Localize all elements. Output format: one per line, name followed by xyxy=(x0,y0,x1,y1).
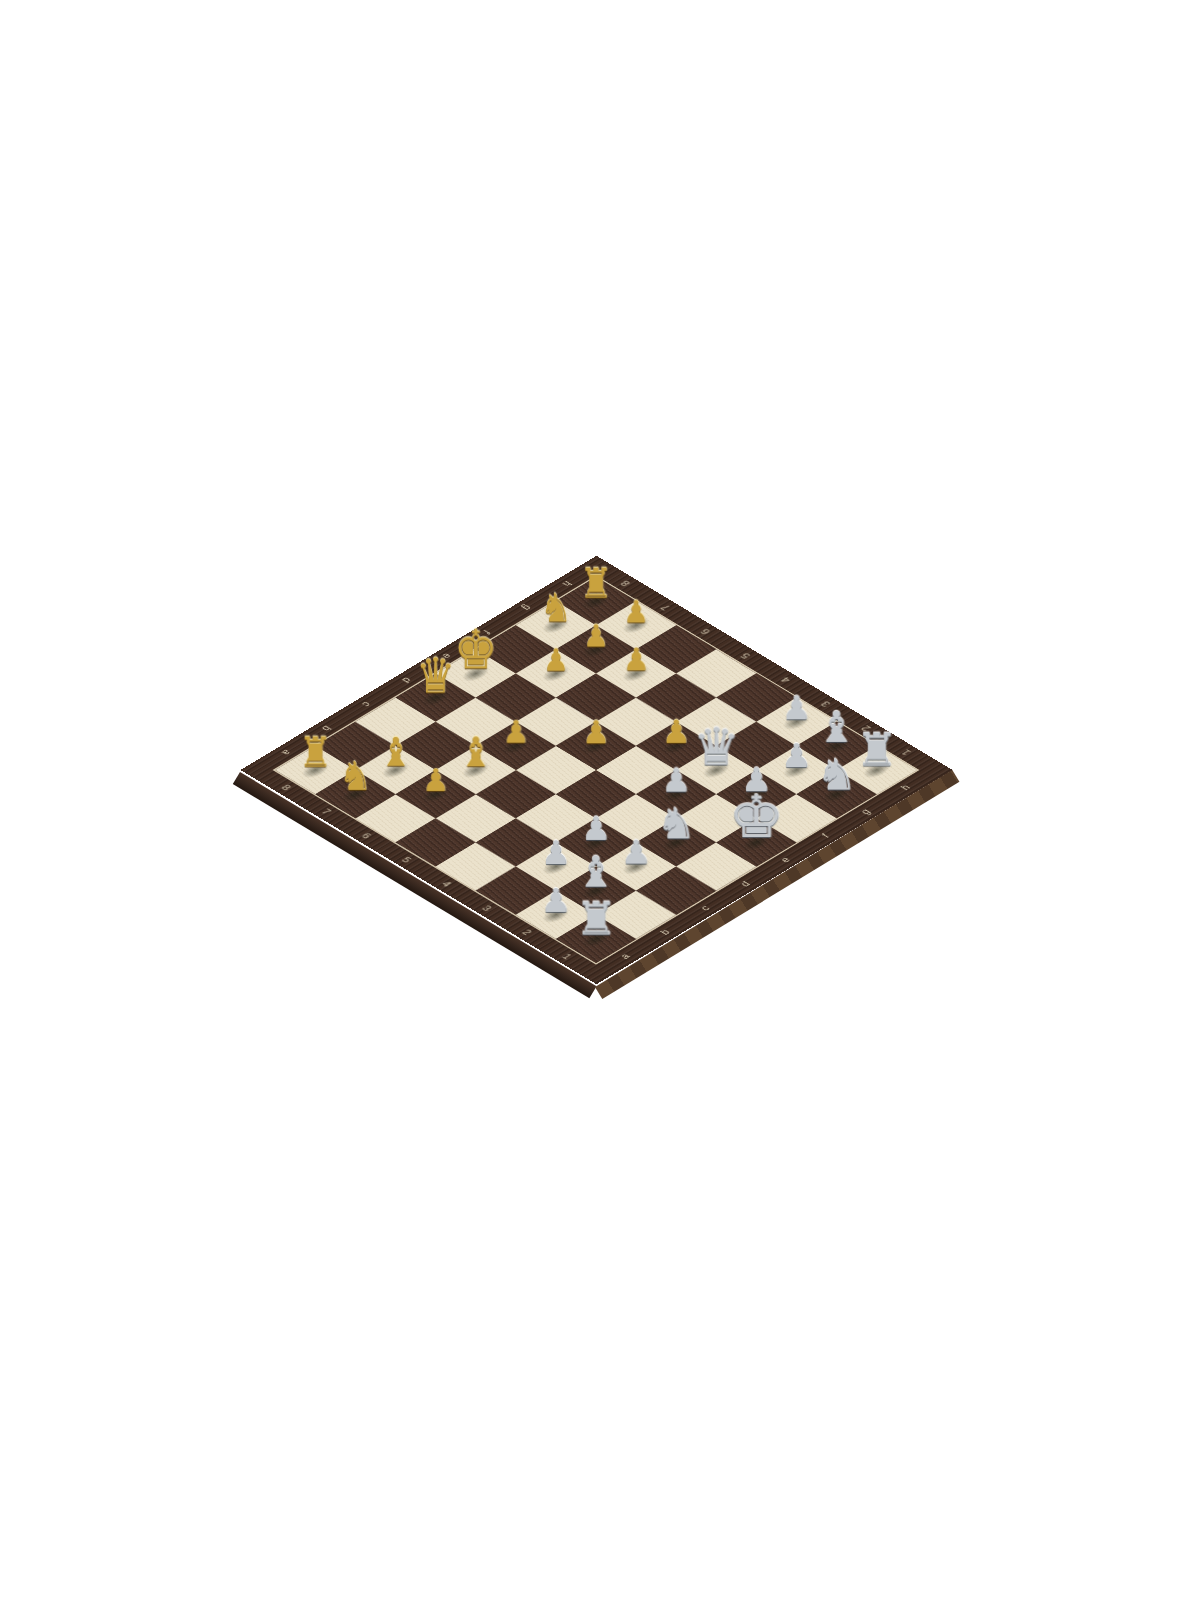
gold-rook-glyph: ♜ xyxy=(299,731,333,772)
silver-pawn-glyph: ♟ xyxy=(621,836,652,869)
product-photo-stage: abcdefgh abcdefgh 87654321 87654321 ♜♛♚♞… xyxy=(0,0,1200,1600)
gold-pawn-glyph: ♟ xyxy=(623,644,650,675)
board-grid: ♜♛♚♞♜♞♝♟♟♟♟♝♟♟♟♟♟♟♟♛♟♟♝♟♞♟♟♝♜♚♞♜ xyxy=(275,577,916,963)
silver-king-glyph: ♚ xyxy=(728,787,784,846)
silver-pawn-glyph: ♟ xyxy=(661,764,691,797)
gold-pawn-glyph: ♟ xyxy=(582,716,610,748)
gold-bishop-glyph: ♝ xyxy=(379,732,412,772)
gold-bishop-glyph: ♝ xyxy=(458,732,493,773)
gold-pawn-glyph: ♟ xyxy=(662,716,691,748)
gold-knight-glyph: ♞ xyxy=(339,757,372,797)
gold-knight-glyph: ♞ xyxy=(540,588,572,627)
silver-knight-glyph: ♞ xyxy=(656,802,696,845)
gold-pawn-glyph: ♟ xyxy=(543,644,569,675)
chessboard: abcdefgh abcdefgh 87654321 87654321 ♜♛♚♞… xyxy=(241,556,952,984)
gold-pawn-glyph: ♟ xyxy=(583,620,609,651)
silver-pawn-glyph: ♟ xyxy=(540,884,571,917)
silver-rook-glyph: ♜ xyxy=(855,728,898,773)
silver-pawn-glyph: ♟ xyxy=(581,812,611,845)
gold-king-glyph: ♚ xyxy=(454,623,498,677)
silver-bishop-glyph: ♝ xyxy=(576,851,616,894)
silver-pawn-glyph: ♟ xyxy=(781,739,812,772)
silver-bishop-glyph: ♝ xyxy=(817,706,857,749)
silver-knight-glyph: ♞ xyxy=(816,754,857,797)
gold-pawn-glyph: ♟ xyxy=(502,716,529,747)
silver-rook-glyph: ♜ xyxy=(574,896,617,941)
gold-pawn-glyph: ♟ xyxy=(623,596,649,627)
gold-queen-glyph: ♛ xyxy=(416,652,455,700)
silver-queen-glyph: ♛ xyxy=(693,721,740,773)
silver-pawn-glyph: ♟ xyxy=(541,836,571,869)
board-frame: abcdefgh abcdefgh 87654321 87654321 ♜♛♚♞… xyxy=(241,556,952,984)
silver-pawn-glyph: ♟ xyxy=(782,691,812,724)
gold-rook-glyph: ♜ xyxy=(579,562,613,603)
gold-pawn-glyph: ♟ xyxy=(422,765,449,796)
